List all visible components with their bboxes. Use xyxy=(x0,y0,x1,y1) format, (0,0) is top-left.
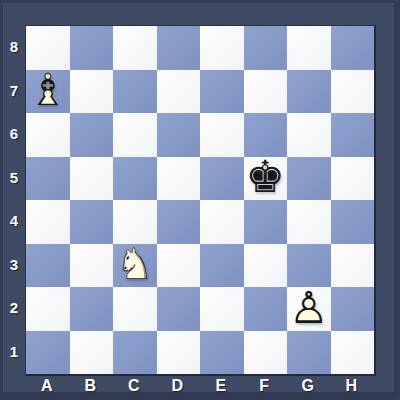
square-b5[interactable] xyxy=(70,157,114,201)
square-g1[interactable] xyxy=(287,331,331,375)
square-h1[interactable] xyxy=(331,331,375,375)
square-e2[interactable] xyxy=(200,287,244,331)
square-e5[interactable] xyxy=(200,157,244,201)
white-bishop[interactable]: ♝♗ xyxy=(26,70,70,114)
square-f8[interactable] xyxy=(244,26,288,70)
square-d8[interactable] xyxy=(157,26,201,70)
square-b7[interactable] xyxy=(70,70,114,114)
square-g8[interactable] xyxy=(287,26,331,70)
square-d2[interactable] xyxy=(157,287,201,331)
square-b2[interactable] xyxy=(70,287,114,331)
square-g2[interactable]: ♟♙ xyxy=(287,287,331,331)
square-b6[interactable] xyxy=(70,113,114,157)
square-d4[interactable] xyxy=(157,200,201,244)
rank-label-5: 5 xyxy=(3,156,25,200)
square-d5[interactable] xyxy=(157,157,201,201)
square-h8[interactable] xyxy=(331,26,375,70)
rank-labels: 87654321 xyxy=(3,25,25,373)
square-c8[interactable] xyxy=(113,26,157,70)
square-g4[interactable] xyxy=(287,200,331,244)
file-label-f: F xyxy=(243,375,287,396)
file-label-g: G xyxy=(286,375,330,396)
rank-label-7: 7 xyxy=(3,69,25,113)
rank-label-2: 2 xyxy=(3,286,25,330)
square-f7[interactable] xyxy=(244,70,288,114)
square-f2[interactable] xyxy=(244,287,288,331)
black-king[interactable]: ♚ xyxy=(244,157,288,201)
chessboard-frame: 87654321 ♝♗♚♞♘♟♙ ABCDEFGH xyxy=(0,0,400,400)
square-e6[interactable] xyxy=(200,113,244,157)
square-c1[interactable] xyxy=(113,331,157,375)
square-e3[interactable] xyxy=(200,244,244,288)
board-border: ♝♗♚♞♘♟♙ xyxy=(25,25,376,376)
white-knight[interactable]: ♞♘ xyxy=(113,244,157,288)
square-e1[interactable] xyxy=(200,331,244,375)
board: ♝♗♚♞♘♟♙ xyxy=(26,26,374,374)
square-h4[interactable] xyxy=(331,200,375,244)
square-h5[interactable] xyxy=(331,157,375,201)
square-c3[interactable]: ♞♘ xyxy=(113,244,157,288)
rank-label-3: 3 xyxy=(3,243,25,287)
square-h2[interactable] xyxy=(331,287,375,331)
square-d1[interactable] xyxy=(157,331,201,375)
file-label-a: A xyxy=(25,375,69,396)
square-f1[interactable] xyxy=(244,331,288,375)
square-h6[interactable] xyxy=(331,113,375,157)
square-a1[interactable] xyxy=(26,331,70,375)
rank-label-8: 8 xyxy=(3,25,25,69)
square-f4[interactable] xyxy=(244,200,288,244)
square-b4[interactable] xyxy=(70,200,114,244)
square-b3[interactable] xyxy=(70,244,114,288)
white-knight-outline-icon: ♘ xyxy=(115,242,154,286)
file-label-b: B xyxy=(69,375,113,396)
file-label-d: D xyxy=(156,375,200,396)
square-f5[interactable]: ♚ xyxy=(244,157,288,201)
square-c6[interactable] xyxy=(113,113,157,157)
square-g5[interactable] xyxy=(287,157,331,201)
square-d6[interactable] xyxy=(157,113,201,157)
square-b8[interactable] xyxy=(70,26,114,70)
square-h3[interactable] xyxy=(331,244,375,288)
white-bishop-outline-icon: ♗ xyxy=(28,68,67,112)
square-a2[interactable] xyxy=(26,287,70,331)
square-g6[interactable] xyxy=(287,113,331,157)
square-e8[interactable] xyxy=(200,26,244,70)
file-label-c: C xyxy=(112,375,156,396)
rank-label-6: 6 xyxy=(3,112,25,156)
square-e4[interactable] xyxy=(200,200,244,244)
square-g7[interactable] xyxy=(287,70,331,114)
rank-label-4: 4 xyxy=(3,199,25,243)
square-a6[interactable] xyxy=(26,113,70,157)
white-pawn[interactable]: ♟♙ xyxy=(287,287,331,331)
square-c7[interactable] xyxy=(113,70,157,114)
square-e7[interactable] xyxy=(200,70,244,114)
square-c5[interactable] xyxy=(113,157,157,201)
file-labels: ABCDEFGH xyxy=(25,375,373,396)
square-c2[interactable] xyxy=(113,287,157,331)
black-king-icon: ♚ xyxy=(246,155,285,199)
square-d7[interactable] xyxy=(157,70,201,114)
square-a4[interactable] xyxy=(26,200,70,244)
white-pawn-outline-icon: ♙ xyxy=(289,285,328,329)
rank-label-1: 1 xyxy=(3,330,25,374)
square-a5[interactable] xyxy=(26,157,70,201)
square-a7[interactable]: ♝♗ xyxy=(26,70,70,114)
square-d3[interactable] xyxy=(157,244,201,288)
square-f3[interactable] xyxy=(244,244,288,288)
file-label-h: H xyxy=(330,375,374,396)
square-b1[interactable] xyxy=(70,331,114,375)
square-h7[interactable] xyxy=(331,70,375,114)
square-a3[interactable] xyxy=(26,244,70,288)
file-label-e: E xyxy=(199,375,243,396)
